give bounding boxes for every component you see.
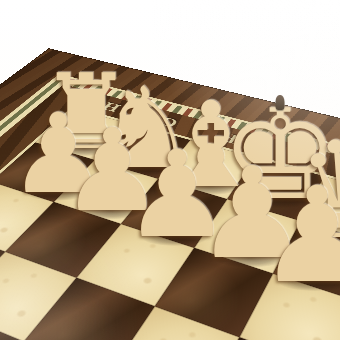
pieces-layer: ♜♞♝♚♛♟♟♟♟♟ xyxy=(0,0,340,340)
king-dark-finial xyxy=(276,95,285,110)
photo-backdrop: EFGH ♜♞♝♚♛♟♟♟♟♟ xyxy=(0,0,340,340)
white-pawn-glyph: ♟ xyxy=(258,169,340,301)
